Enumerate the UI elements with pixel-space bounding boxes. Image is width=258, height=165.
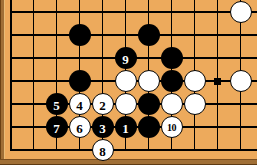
stone-black (161, 70, 183, 92)
stone-white-2: 2 (92, 93, 114, 115)
stone-white-10: 10 (161, 116, 183, 138)
board-grid-line-h (10, 34, 258, 35)
move-number: 3 (99, 121, 106, 134)
stone-white (230, 70, 252, 92)
move-number: 4 (76, 98, 83, 111)
square-marker (214, 78, 221, 85)
stone-white (115, 70, 137, 92)
stone-black (138, 24, 160, 46)
stone-white (138, 70, 160, 92)
board-grid-line-v (10, 0, 12, 151)
stone-white (115, 93, 137, 115)
board-grid-line-h (10, 11, 258, 12)
go-board: 95427631108 (0, 0, 257, 165)
stone-white (184, 70, 206, 92)
board-grid-line-h (10, 149, 258, 151)
stone-black-3: 3 (92, 116, 114, 138)
board-grid-line-v (217, 0, 218, 151)
stone-white-6: 6 (69, 116, 91, 138)
board-bottom-edge (0, 159, 257, 165)
stone-white (184, 93, 206, 115)
move-number: 1 (122, 121, 129, 134)
move-number: 2 (99, 98, 106, 111)
board-left-edge (0, 0, 5, 165)
board-grid-line-v (33, 0, 34, 151)
stone-black (138, 93, 160, 115)
move-number: 8 (99, 144, 106, 157)
move-number: 10 (167, 123, 176, 133)
stone-black-9: 9 (115, 47, 137, 69)
stone-white-4: 4 (69, 93, 91, 115)
move-number: 9 (122, 52, 129, 65)
stone-black-7: 7 (46, 116, 68, 138)
move-number: 7 (53, 121, 60, 134)
stone-black (69, 24, 91, 46)
stone-black-1: 1 (115, 116, 137, 138)
stone-white (161, 93, 183, 115)
stone-black (138, 116, 160, 138)
stone-black (161, 47, 183, 69)
stone-white-8: 8 (92, 139, 114, 161)
stone-white (230, 1, 252, 23)
move-number: 6 (76, 121, 83, 134)
move-number: 5 (53, 98, 60, 111)
stone-black (69, 70, 91, 92)
stone-black-5: 5 (46, 93, 68, 115)
